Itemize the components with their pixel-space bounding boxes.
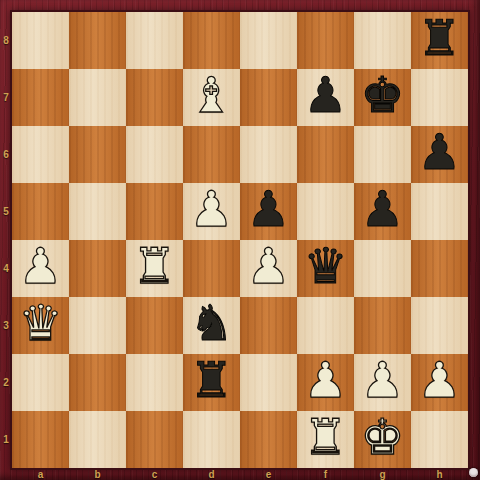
square-e1[interactable] bbox=[240, 411, 297, 468]
white-pawn[interactable]: ♟ bbox=[190, 185, 234, 234]
square-c8[interactable] bbox=[126, 12, 183, 69]
square-e8[interactable] bbox=[240, 12, 297, 69]
square-g5[interactable]: ♟ bbox=[354, 183, 411, 240]
file-label-a: a bbox=[12, 468, 69, 480]
square-e5[interactable]: ♟ bbox=[240, 183, 297, 240]
square-g3[interactable] bbox=[354, 297, 411, 354]
rank-label-4: 4 bbox=[0, 240, 12, 297]
square-c2[interactable] bbox=[126, 354, 183, 411]
file-labels: abcdefgh bbox=[12, 468, 468, 480]
square-d8[interactable] bbox=[183, 12, 240, 69]
white-queen[interactable]: ♛ bbox=[19, 299, 63, 348]
white-pawn[interactable]: ♟ bbox=[247, 242, 291, 291]
square-d2[interactable]: ♜ bbox=[183, 354, 240, 411]
square-h2[interactable]: ♟ bbox=[411, 354, 468, 411]
black-king[interactable]: ♚ bbox=[361, 71, 405, 120]
square-h6[interactable]: ♟ bbox=[411, 126, 468, 183]
square-f2[interactable]: ♟ bbox=[297, 354, 354, 411]
square-b2[interactable] bbox=[69, 354, 126, 411]
file-label-g: g bbox=[354, 468, 411, 480]
square-f8[interactable] bbox=[297, 12, 354, 69]
square-c5[interactable] bbox=[126, 183, 183, 240]
white-to-move-indicator bbox=[469, 468, 478, 477]
square-d4[interactable] bbox=[183, 240, 240, 297]
square-f1[interactable]: ♜ bbox=[297, 411, 354, 468]
white-pawn[interactable]: ♟ bbox=[361, 356, 405, 405]
square-h7[interactable] bbox=[411, 69, 468, 126]
square-g7[interactable]: ♚ bbox=[354, 69, 411, 126]
rank-label-5: 5 bbox=[0, 183, 12, 240]
square-h1[interactable] bbox=[411, 411, 468, 468]
square-h4[interactable] bbox=[411, 240, 468, 297]
square-b8[interactable] bbox=[69, 12, 126, 69]
white-pawn[interactable]: ♟ bbox=[19, 242, 63, 291]
square-g2[interactable]: ♟ bbox=[354, 354, 411, 411]
square-g1[interactable]: ♚ bbox=[354, 411, 411, 468]
file-label-d: d bbox=[183, 468, 240, 480]
square-d7[interactable]: ♝ bbox=[183, 69, 240, 126]
white-pawn[interactable]: ♟ bbox=[304, 356, 348, 405]
square-f3[interactable] bbox=[297, 297, 354, 354]
white-bishop[interactable]: ♝ bbox=[190, 71, 234, 120]
square-b5[interactable] bbox=[69, 183, 126, 240]
square-d6[interactable] bbox=[183, 126, 240, 183]
black-rook[interactable]: ♜ bbox=[418, 14, 462, 63]
black-rook[interactable]: ♜ bbox=[190, 356, 234, 405]
square-a8[interactable] bbox=[12, 12, 69, 69]
file-label-e: e bbox=[240, 468, 297, 480]
rank-label-8: 8 bbox=[0, 12, 12, 69]
square-b4[interactable] bbox=[69, 240, 126, 297]
rank-label-3: 3 bbox=[0, 297, 12, 354]
square-d1[interactable] bbox=[183, 411, 240, 468]
black-pawn[interactable]: ♟ bbox=[418, 128, 462, 177]
square-c3[interactable] bbox=[126, 297, 183, 354]
square-e2[interactable] bbox=[240, 354, 297, 411]
square-e6[interactable] bbox=[240, 126, 297, 183]
white-pawn[interactable]: ♟ bbox=[418, 356, 462, 405]
square-f6[interactable] bbox=[297, 126, 354, 183]
rank-labels: 87654321 bbox=[0, 12, 12, 468]
white-rook[interactable]: ♜ bbox=[133, 242, 177, 291]
square-b3[interactable] bbox=[69, 297, 126, 354]
square-b7[interactable] bbox=[69, 69, 126, 126]
square-c7[interactable] bbox=[126, 69, 183, 126]
white-rook[interactable]: ♜ bbox=[304, 413, 348, 462]
square-e4[interactable]: ♟ bbox=[240, 240, 297, 297]
square-a4[interactable]: ♟ bbox=[12, 240, 69, 297]
white-king[interactable]: ♚ bbox=[361, 413, 405, 462]
black-pawn[interactable]: ♟ bbox=[247, 185, 291, 234]
square-b1[interactable] bbox=[69, 411, 126, 468]
black-pawn[interactable]: ♟ bbox=[304, 71, 348, 120]
square-g4[interactable] bbox=[354, 240, 411, 297]
square-a6[interactable] bbox=[12, 126, 69, 183]
file-label-f: f bbox=[297, 468, 354, 480]
square-g6[interactable] bbox=[354, 126, 411, 183]
square-h8[interactable]: ♜ bbox=[411, 12, 468, 69]
chess-diagram: 87654321 abcdefgh ♜♝♟♚♟♟♟♟♟♜♟♛♛♞♜♟♟♟♜♚ bbox=[0, 0, 480, 480]
square-h5[interactable] bbox=[411, 183, 468, 240]
chess-board: ♜♝♟♚♟♟♟♟♟♜♟♛♛♞♜♟♟♟♜♚ bbox=[12, 12, 468, 468]
black-pawn[interactable]: ♟ bbox=[361, 185, 405, 234]
file-label-b: b bbox=[69, 468, 126, 480]
rank-label-7: 7 bbox=[0, 69, 12, 126]
square-f7[interactable]: ♟ bbox=[297, 69, 354, 126]
square-c1[interactable] bbox=[126, 411, 183, 468]
square-a2[interactable] bbox=[12, 354, 69, 411]
square-e7[interactable] bbox=[240, 69, 297, 126]
square-g8[interactable] bbox=[354, 12, 411, 69]
file-label-h: h bbox=[411, 468, 468, 480]
square-h3[interactable] bbox=[411, 297, 468, 354]
black-knight[interactable]: ♞ bbox=[190, 299, 234, 348]
square-b6[interactable] bbox=[69, 126, 126, 183]
rank-label-6: 6 bbox=[0, 126, 12, 183]
square-c4[interactable]: ♜ bbox=[126, 240, 183, 297]
black-queen[interactable]: ♛ bbox=[304, 242, 348, 291]
file-label-c: c bbox=[126, 468, 183, 480]
square-a5[interactable] bbox=[12, 183, 69, 240]
square-a1[interactable] bbox=[12, 411, 69, 468]
square-e3[interactable] bbox=[240, 297, 297, 354]
square-f4[interactable]: ♛ bbox=[297, 240, 354, 297]
square-a3[interactable]: ♛ bbox=[12, 297, 69, 354]
square-c6[interactable] bbox=[126, 126, 183, 183]
square-a7[interactable] bbox=[12, 69, 69, 126]
rank-label-1: 1 bbox=[0, 411, 12, 468]
square-f5[interactable] bbox=[297, 183, 354, 240]
square-d3[interactable]: ♞ bbox=[183, 297, 240, 354]
square-d5[interactable]: ♟ bbox=[183, 183, 240, 240]
rank-label-2: 2 bbox=[0, 354, 12, 411]
